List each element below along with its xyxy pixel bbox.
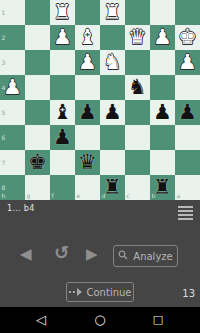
square-a8[interactable]: a	[175, 175, 200, 200]
piece-white-pawn: ♟	[175, 50, 200, 75]
piece-white-pawn: ♟	[0, 75, 25, 100]
piece-black-queen: ♛	[75, 150, 100, 175]
piece-black-pawn: ♟	[50, 125, 75, 150]
piece-black-pawn: ♟	[100, 100, 125, 125]
square-f1[interactable]: ♜	[50, 0, 75, 25]
square-c5[interactable]	[125, 100, 150, 125]
piece-black-knight: ♞	[125, 75, 150, 100]
square-b4[interactable]	[150, 75, 175, 100]
piece-white-rook: ♜	[50, 0, 75, 25]
menu-icon[interactable]	[178, 206, 193, 222]
piece-white-pawn: ♟	[50, 25, 75, 50]
continue-arrow-icon	[69, 288, 82, 296]
square-a7[interactable]	[175, 150, 200, 175]
rank-label-8: 8	[2, 185, 6, 191]
square-d4[interactable]	[100, 75, 125, 100]
square-c8[interactable]: c	[125, 175, 150, 200]
puzzle-counter: 13	[182, 288, 195, 299]
square-a6[interactable]	[175, 125, 200, 150]
square-h3[interactable]: 3	[0, 50, 25, 75]
square-h2[interactable]: 2	[0, 25, 25, 50]
square-a2[interactable]: ♚	[175, 25, 200, 50]
square-g3[interactable]	[25, 50, 50, 75]
square-d5[interactable]: ♟	[100, 100, 125, 125]
previous-move-button[interactable]: ◀	[20, 244, 32, 264]
file-label-f: f	[52, 193, 54, 199]
square-c3[interactable]	[125, 50, 150, 75]
file-label-c: c	[127, 193, 130, 199]
square-d3[interactable]: ♞	[100, 50, 125, 75]
square-f8[interactable]: f	[50, 175, 75, 200]
square-c2[interactable]: ♛	[125, 25, 150, 50]
square-e3[interactable]: ♟	[75, 50, 100, 75]
rank-label-2: 2	[2, 35, 6, 41]
square-e6[interactable]	[75, 125, 100, 150]
rank-label-1: 1	[2, 10, 6, 16]
square-b3[interactable]	[150, 50, 175, 75]
square-h1[interactable]: 1	[0, 0, 25, 25]
piece-white-queen: ♛	[125, 25, 150, 50]
square-g4[interactable]	[25, 75, 50, 100]
square-b1[interactable]	[150, 0, 175, 25]
square-g8[interactable]: g	[25, 175, 50, 200]
square-e5[interactable]: ♟	[75, 100, 100, 125]
chess-board: 1♜♜2♟♝♛♟♚3♟♞♟4♟♞5♝♟♟♟♟6♟7♚♛8hgfed♜cb♜a	[0, 0, 200, 200]
piece-white-pawn: ♟	[150, 25, 175, 50]
piece-black-rook: ♜	[150, 175, 175, 200]
square-e1[interactable]	[75, 0, 100, 25]
square-d8[interactable]: d♜	[100, 175, 125, 200]
square-d2[interactable]	[100, 25, 125, 50]
piece-black-rook: ♜	[100, 175, 125, 200]
rank-label-3: 3	[2, 60, 6, 66]
square-b8[interactable]: b♜	[150, 175, 175, 200]
square-a3[interactable]: ♟	[175, 50, 200, 75]
analyze-label: Analyze	[133, 251, 172, 262]
square-f3[interactable]	[50, 50, 75, 75]
square-e8[interactable]: e	[75, 175, 100, 200]
piece-white-king: ♚	[175, 25, 200, 50]
square-b6[interactable]	[150, 125, 175, 150]
square-d7[interactable]	[100, 150, 125, 175]
square-h4[interactable]: 4♟	[0, 75, 25, 100]
piece-black-pawn: ♟	[75, 100, 100, 125]
piece-black-king: ♚	[25, 150, 50, 175]
square-e2[interactable]: ♝	[75, 25, 100, 50]
square-f4[interactable]	[50, 75, 75, 100]
file-label-b: b	[152, 193, 156, 199]
square-g6[interactable]	[25, 125, 50, 150]
square-b7[interactable]	[150, 150, 175, 175]
android-recents-button[interactable]: □	[148, 307, 168, 333]
chess-tactics-app: 1♜♜2♟♝♛♟♚3♟♞♟4♟♞5♝♟♟♟♟6♟7♚♛8hgfed♜cb♜a 1…	[0, 0, 200, 333]
square-g1[interactable]	[25, 0, 50, 25]
rank-label-6: 6	[2, 135, 6, 141]
android-navbar: ◁ ○ □	[0, 307, 200, 333]
square-c7[interactable]	[125, 150, 150, 175]
continue-label: Continue	[87, 287, 132, 298]
square-f7[interactable]	[50, 150, 75, 175]
square-h5[interactable]: 5	[0, 100, 25, 125]
square-h8[interactable]: 8h	[0, 175, 25, 200]
square-c4[interactable]: ♞	[125, 75, 150, 100]
square-e4[interactable]	[75, 75, 100, 100]
square-b5[interactable]: ♟	[150, 100, 175, 125]
square-f5[interactable]: ♝	[50, 100, 75, 125]
file-label-h: h	[2, 193, 6, 199]
square-h6[interactable]: 6	[0, 125, 25, 150]
square-g2[interactable]	[25, 25, 50, 50]
rank-label-5: 5	[2, 110, 6, 116]
file-label-d: d	[102, 193, 106, 199]
square-f6[interactable]: ♟	[50, 125, 75, 150]
piece-white-knight: ♞	[100, 50, 125, 75]
square-d1[interactable]: ♜	[100, 0, 125, 25]
retry-icon[interactable]: ↺	[54, 242, 69, 264]
piece-white-pawn: ♟	[75, 50, 100, 75]
square-g7[interactable]: ♚	[25, 150, 50, 175]
square-e7[interactable]: ♛	[75, 150, 100, 175]
rank-label-7: 7	[2, 160, 6, 166]
file-label-a: a	[177, 193, 181, 199]
move-label: 1... b4	[7, 204, 35, 213]
piece-black-pawn: ♟	[150, 100, 175, 125]
analyze-button[interactable]: Analyze	[113, 245, 178, 267]
square-c6[interactable]	[125, 125, 150, 150]
file-label-g: g	[27, 193, 31, 199]
square-f2[interactable]: ♟	[50, 25, 75, 50]
android-home-button[interactable]: ○	[90, 307, 110, 333]
square-a4[interactable]	[175, 75, 200, 100]
piece-black-bishop: ♝	[50, 100, 75, 125]
android-back-button[interactable]: ◁	[31, 307, 51, 333]
piece-white-bishop: ♝	[75, 25, 100, 50]
square-a5[interactable]: ♟	[175, 100, 200, 125]
file-label-e: e	[77, 193, 81, 199]
square-b2[interactable]: ♟	[150, 25, 175, 50]
square-c1[interactable]	[125, 0, 150, 25]
next-move-button[interactable]: ▶	[86, 244, 98, 264]
search-icon	[118, 250, 128, 262]
continue-button[interactable]: Continue	[66, 282, 134, 302]
piece-white-rook: ♜	[100, 0, 125, 25]
piece-black-pawn: ♟	[175, 100, 200, 125]
square-a1[interactable]	[175, 0, 200, 25]
square-g5[interactable]	[25, 100, 50, 125]
square-h7[interactable]: 7	[0, 150, 25, 175]
square-d6[interactable]	[100, 125, 125, 150]
rank-label-4: 4	[2, 85, 6, 91]
